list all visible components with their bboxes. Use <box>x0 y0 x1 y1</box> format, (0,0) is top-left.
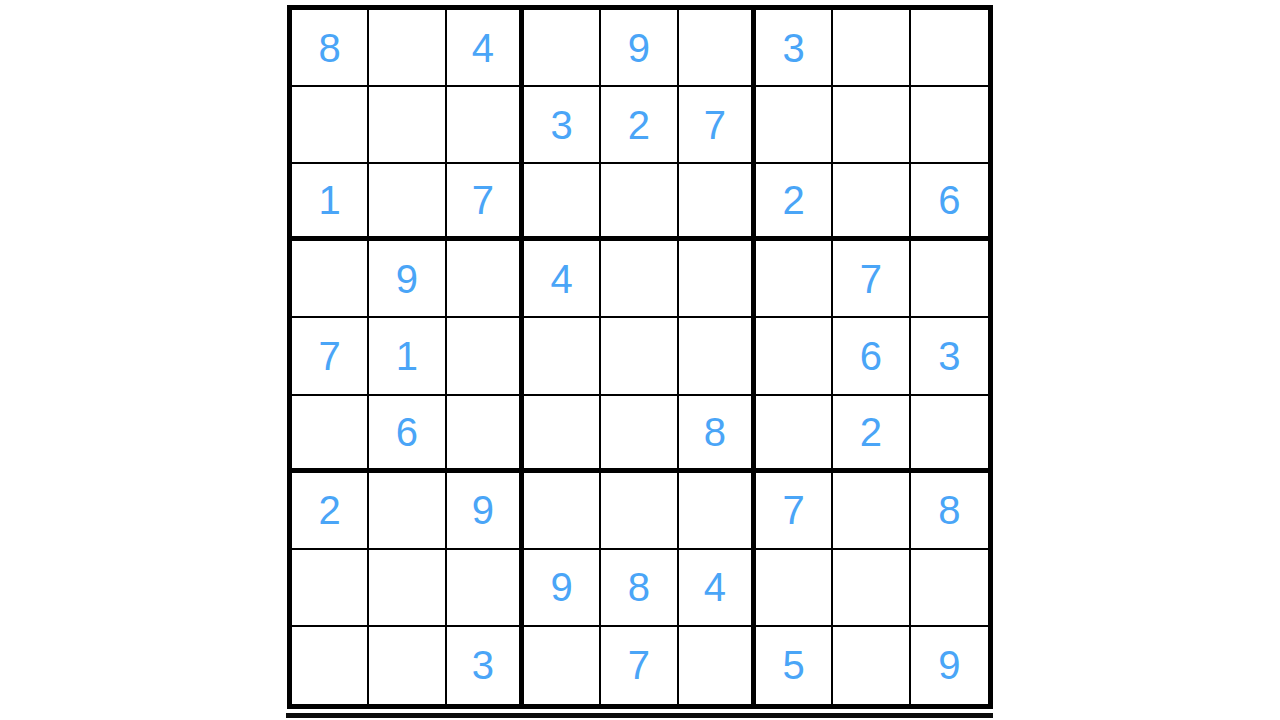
cell-r2c3[interactable] <box>447 87 524 164</box>
cell-r7c8[interactable] <box>833 473 910 550</box>
sudoku-page: 84933271726947716368229789843759 <box>0 0 1280 720</box>
cell-r6c9[interactable] <box>911 396 988 473</box>
cell-r4c8[interactable]: 7 <box>833 241 910 318</box>
cell-r3c1[interactable]: 1 <box>292 164 369 241</box>
cell-r3c8[interactable] <box>833 164 910 241</box>
cell-r4c4[interactable]: 4 <box>524 241 601 318</box>
lower-panel-edge <box>286 713 993 718</box>
cell-r9c2[interactable] <box>369 627 446 704</box>
cell-r7c9[interactable]: 8 <box>911 473 988 550</box>
cell-r6c7[interactable] <box>756 396 833 473</box>
cell-r1c6[interactable] <box>679 10 756 87</box>
cell-r5c8[interactable]: 6 <box>833 318 910 395</box>
cell-r8c4[interactable]: 9 <box>524 550 601 627</box>
cell-r5c1[interactable]: 7 <box>292 318 369 395</box>
cell-r4c7[interactable] <box>756 241 833 318</box>
cell-r4c5[interactable] <box>601 241 678 318</box>
cell-r6c3[interactable] <box>447 396 524 473</box>
cell-r1c5[interactable]: 9 <box>601 10 678 87</box>
cell-r4c6[interactable] <box>679 241 756 318</box>
cell-r5c3[interactable] <box>447 318 524 395</box>
cell-r2c1[interactable] <box>292 87 369 164</box>
cell-r2c9[interactable] <box>911 87 988 164</box>
cell-r7c5[interactable] <box>601 473 678 550</box>
cell-r3c6[interactable] <box>679 164 756 241</box>
cell-r2c2[interactable] <box>369 87 446 164</box>
cell-r5c7[interactable] <box>756 318 833 395</box>
cell-r7c6[interactable] <box>679 473 756 550</box>
cell-r3c3[interactable]: 7 <box>447 164 524 241</box>
cell-r7c7[interactable]: 7 <box>756 473 833 550</box>
cell-r9c5[interactable]: 7 <box>601 627 678 704</box>
cell-r4c1[interactable] <box>292 241 369 318</box>
cell-r1c8[interactable] <box>833 10 910 87</box>
cell-r4c9[interactable] <box>911 241 988 318</box>
cell-r2c8[interactable] <box>833 87 910 164</box>
cell-r1c9[interactable] <box>911 10 988 87</box>
cell-r9c9[interactable]: 9 <box>911 627 988 704</box>
cell-r3c7[interactable]: 2 <box>756 164 833 241</box>
cell-r9c4[interactable] <box>524 627 601 704</box>
cell-r8c5[interactable]: 8 <box>601 550 678 627</box>
cell-r1c2[interactable] <box>369 10 446 87</box>
cell-r8c9[interactable] <box>911 550 988 627</box>
cell-r1c7[interactable]: 3 <box>756 10 833 87</box>
cell-r7c3[interactable]: 9 <box>447 473 524 550</box>
cell-r3c5[interactable] <box>601 164 678 241</box>
cell-r7c4[interactable] <box>524 473 601 550</box>
cell-r1c1[interactable]: 8 <box>292 10 369 87</box>
cell-r5c4[interactable] <box>524 318 601 395</box>
cell-r8c6[interactable]: 4 <box>679 550 756 627</box>
cell-r9c3[interactable]: 3 <box>447 627 524 704</box>
cell-r8c3[interactable] <box>447 550 524 627</box>
cell-r2c6[interactable]: 7 <box>679 87 756 164</box>
cell-r6c8[interactable]: 2 <box>833 396 910 473</box>
cell-r8c1[interactable] <box>292 550 369 627</box>
cell-r3c9[interactable]: 6 <box>911 164 988 241</box>
cell-r4c3[interactable] <box>447 241 524 318</box>
cell-r7c1[interactable]: 2 <box>292 473 369 550</box>
cell-r9c1[interactable] <box>292 627 369 704</box>
sudoku-board: 84933271726947716368229789843759 <box>287 5 993 709</box>
cell-r7c2[interactable] <box>369 473 446 550</box>
cell-r5c2[interactable]: 1 <box>369 318 446 395</box>
cell-r5c5[interactable] <box>601 318 678 395</box>
cell-r2c4[interactable]: 3 <box>524 87 601 164</box>
cell-r8c2[interactable] <box>369 550 446 627</box>
cell-r6c6[interactable]: 8 <box>679 396 756 473</box>
cell-r6c2[interactable]: 6 <box>369 396 446 473</box>
cell-r2c5[interactable]: 2 <box>601 87 678 164</box>
cell-r8c8[interactable] <box>833 550 910 627</box>
cell-r2c7[interactable] <box>756 87 833 164</box>
cell-r4c2[interactable]: 9 <box>369 241 446 318</box>
cell-r6c1[interactable] <box>292 396 369 473</box>
cell-r3c2[interactable] <box>369 164 446 241</box>
cell-r1c3[interactable]: 4 <box>447 10 524 87</box>
cell-r8c7[interactable] <box>756 550 833 627</box>
cell-r5c9[interactable]: 3 <box>911 318 988 395</box>
cell-r6c5[interactable] <box>601 396 678 473</box>
cell-r9c7[interactable]: 5 <box>756 627 833 704</box>
cell-r1c4[interactable] <box>524 10 601 87</box>
cell-r5c6[interactable] <box>679 318 756 395</box>
cell-r9c8[interactable] <box>833 627 910 704</box>
cell-r9c6[interactable] <box>679 627 756 704</box>
cell-r3c4[interactable] <box>524 164 601 241</box>
cell-r6c4[interactable] <box>524 396 601 473</box>
